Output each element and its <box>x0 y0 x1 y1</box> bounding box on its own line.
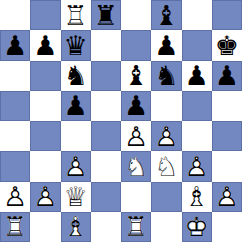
square-e8[interactable] <box>121 0 151 30</box>
square-h4[interactable] <box>212 121 242 151</box>
square-c5[interactable]: ♟ <box>61 91 91 121</box>
black-piece-layer: ♟ <box>0 30 30 60</box>
square-c4[interactable] <box>61 121 91 151</box>
square-h2[interactable]: ♟♙ <box>212 182 242 212</box>
black-piece-layer: ♝ <box>151 0 181 30</box>
square-a5[interactable] <box>0 91 30 121</box>
square-a6[interactable] <box>0 61 30 91</box>
square-c7[interactable]: ♛ <box>61 30 91 60</box>
square-a7[interactable]: ♟ <box>0 30 30 60</box>
piece-white-pawn[interactable]: ♟♙ <box>182 151 212 181</box>
square-h7[interactable]: ♚ <box>212 30 242 60</box>
black-piece-layer: ♟ <box>151 30 181 60</box>
chess-board-container: ♜♖♜♝♟♟♛♟♚♞♝♞♟♟♟♟♟♙♟♙♟♙♞♘♞♘♟♙♟♙♟♙♛♕♝♗♟♙♜♖… <box>0 0 242 242</box>
white-piece-outline-layer: ♖ <box>0 212 30 242</box>
square-e4[interactable]: ♟♙ <box>121 121 151 151</box>
piece-white-knight[interactable]: ♞♘ <box>151 151 181 181</box>
square-d1[interactable] <box>91 212 121 242</box>
chess-board: ♜♖♜♝♟♟♛♟♚♞♝♞♟♟♟♟♟♙♟♙♟♙♞♘♞♘♟♙♟♙♟♙♛♕♝♗♟♙♜♖… <box>0 0 242 242</box>
black-piece-layer: ♟ <box>182 61 212 91</box>
square-d8[interactable]: ♜ <box>91 0 121 30</box>
square-d7[interactable] <box>91 30 121 60</box>
square-f7[interactable]: ♟ <box>151 30 181 60</box>
square-d3[interactable] <box>91 151 121 181</box>
square-h5[interactable] <box>212 91 242 121</box>
white-piece-outline-layer: ♗ <box>61 212 91 242</box>
white-piece-outline-layer: ♙ <box>121 121 151 151</box>
square-g8[interactable] <box>182 0 212 30</box>
black-piece-layer: ♜ <box>91 0 121 30</box>
square-c8[interactable]: ♜♖ <box>61 0 91 30</box>
square-b5[interactable] <box>30 91 60 121</box>
square-g4[interactable] <box>182 121 212 151</box>
square-c1[interactable]: ♝♗ <box>61 212 91 242</box>
piece-white-pawn[interactable]: ♟♙ <box>0 182 30 212</box>
square-h3[interactable] <box>212 151 242 181</box>
piece-white-pawn[interactable]: ♟♙ <box>151 121 181 151</box>
square-f4[interactable]: ♟♙ <box>151 121 181 151</box>
piece-black-bishop[interactable]: ♝ <box>151 0 181 30</box>
black-piece-layer: ♚ <box>212 30 242 60</box>
square-b6[interactable] <box>30 61 60 91</box>
square-b8[interactable] <box>30 0 60 30</box>
black-piece-layer: ♟ <box>61 91 91 121</box>
square-b4[interactable] <box>30 121 60 151</box>
piece-black-rook[interactable]: ♜ <box>91 0 121 30</box>
white-piece-outline-layer: ♖ <box>61 0 91 30</box>
piece-white-queen[interactable]: ♛♕ <box>61 182 91 212</box>
square-a4[interactable] <box>0 121 30 151</box>
square-c2[interactable]: ♛♕ <box>61 182 91 212</box>
square-g6[interactable]: ♟ <box>182 61 212 91</box>
square-h8[interactable] <box>212 0 242 30</box>
square-g7[interactable] <box>182 30 212 60</box>
piece-white-pawn[interactable]: ♟♙ <box>61 151 91 181</box>
white-piece-outline-layer: ♙ <box>30 182 60 212</box>
square-e6[interactable]: ♝ <box>121 61 151 91</box>
square-e2[interactable] <box>121 182 151 212</box>
piece-white-king[interactable]: ♚♔ <box>182 212 212 242</box>
piece-black-pawn[interactable]: ♟ <box>61 91 91 121</box>
square-a8[interactable] <box>0 0 30 30</box>
square-f3[interactable]: ♞♘ <box>151 151 181 181</box>
piece-black-pawn[interactable]: ♟ <box>212 61 242 91</box>
piece-white-bishop[interactable]: ♝♗ <box>182 182 212 212</box>
piece-black-king[interactable]: ♚ <box>212 30 242 60</box>
white-piece-outline-layer: ♙ <box>0 182 30 212</box>
square-e3[interactable]: ♞♘ <box>121 151 151 181</box>
square-f6[interactable]: ♞ <box>151 61 181 91</box>
square-d4[interactable] <box>91 121 121 151</box>
square-d6[interactable] <box>91 61 121 91</box>
square-b7[interactable]: ♟ <box>30 30 60 60</box>
square-c3[interactable]: ♟♙ <box>61 151 91 181</box>
square-d5[interactable] <box>91 91 121 121</box>
square-c6[interactable]: ♞ <box>61 61 91 91</box>
piece-black-pawn[interactable]: ♟ <box>0 30 30 60</box>
piece-white-rook[interactable]: ♜♖ <box>0 212 30 242</box>
black-piece-layer: ♟ <box>30 30 60 60</box>
square-h6[interactable]: ♟ <box>212 61 242 91</box>
square-h1[interactable] <box>212 212 242 242</box>
square-d2[interactable] <box>91 182 121 212</box>
square-b3[interactable] <box>30 151 60 181</box>
square-e1[interactable]: ♜♖ <box>121 212 151 242</box>
square-a3[interactable] <box>0 151 30 181</box>
white-piece-outline-layer: ♙ <box>182 151 212 181</box>
piece-black-bishop[interactable]: ♝ <box>121 61 151 91</box>
piece-white-rook[interactable]: ♜♖ <box>121 212 151 242</box>
white-piece-outline-layer: ♘ <box>151 151 181 181</box>
white-piece-outline-layer: ♖ <box>121 212 151 242</box>
white-piece-outline-layer: ♘ <box>121 151 151 181</box>
square-e7[interactable] <box>121 30 151 60</box>
piece-black-pawn[interactable]: ♟ <box>182 61 212 91</box>
white-piece-outline-layer: ♙ <box>61 151 91 181</box>
square-b2[interactable]: ♟♙ <box>30 182 60 212</box>
square-g1[interactable]: ♚♔ <box>182 212 212 242</box>
piece-black-knight[interactable]: ♞ <box>151 61 181 91</box>
square-b1[interactable] <box>30 212 60 242</box>
square-f2[interactable] <box>151 182 181 212</box>
white-piece-outline-layer: ♗ <box>182 182 212 212</box>
white-piece-outline-layer: ♙ <box>212 182 242 212</box>
piece-white-rook[interactable]: ♜♖ <box>61 0 91 30</box>
piece-black-queen[interactable]: ♛ <box>61 30 91 60</box>
white-piece-outline-layer: ♔ <box>182 212 212 242</box>
square-a1[interactable]: ♜♖ <box>0 212 30 242</box>
square-f1[interactable] <box>151 212 181 242</box>
square-f8[interactable]: ♝ <box>151 0 181 30</box>
piece-black-knight[interactable]: ♞ <box>61 61 91 91</box>
white-piece-outline-layer: ♕ <box>61 182 91 212</box>
black-piece-layer: ♞ <box>151 61 181 91</box>
piece-black-pawn[interactable]: ♟ <box>151 30 181 60</box>
square-f5[interactable] <box>151 91 181 121</box>
piece-black-pawn[interactable]: ♟ <box>121 91 151 121</box>
square-g3[interactable]: ♟♙ <box>182 151 212 181</box>
black-piece-layer: ♝ <box>121 61 151 91</box>
square-g5[interactable] <box>182 91 212 121</box>
square-g2[interactable]: ♝♗ <box>182 182 212 212</box>
piece-black-pawn[interactable]: ♟ <box>30 30 60 60</box>
black-piece-layer: ♛ <box>61 30 91 60</box>
piece-white-pawn[interactable]: ♟♙ <box>212 182 242 212</box>
square-e5[interactable]: ♟ <box>121 91 151 121</box>
piece-white-pawn[interactable]: ♟♙ <box>30 182 60 212</box>
square-a2[interactable]: ♟♙ <box>0 182 30 212</box>
black-piece-layer: ♞ <box>61 61 91 91</box>
piece-white-pawn[interactable]: ♟♙ <box>121 121 151 151</box>
black-piece-layer: ♟ <box>212 61 242 91</box>
white-piece-outline-layer: ♙ <box>151 121 181 151</box>
black-piece-layer: ♟ <box>121 91 151 121</box>
piece-white-knight[interactable]: ♞♘ <box>121 151 151 181</box>
piece-white-bishop[interactable]: ♝♗ <box>61 212 91 242</box>
